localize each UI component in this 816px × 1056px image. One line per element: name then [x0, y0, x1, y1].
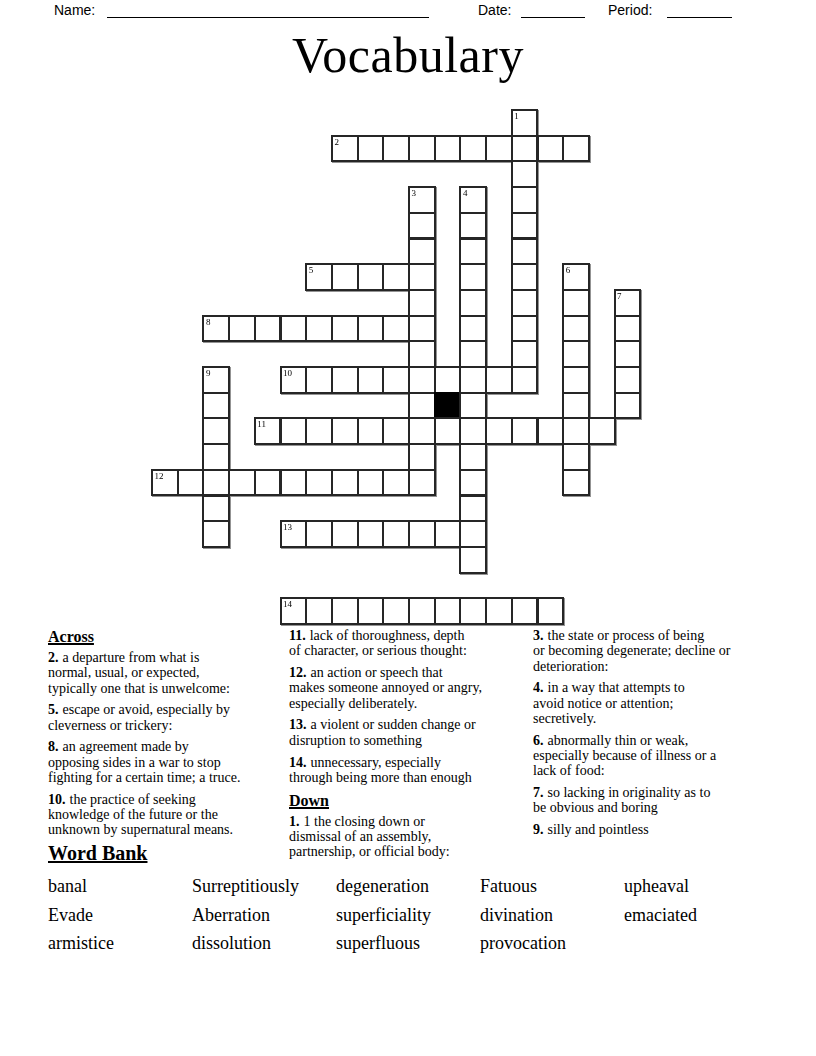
grid-cell[interactable]: [562, 366, 590, 394]
word-bank-grid: banal Surreptitiously degeneration Fatuo…: [48, 876, 768, 954]
grid-cell[interactable]: [614, 315, 642, 343]
grid-cell[interactable]: [202, 469, 230, 497]
grid-cell[interactable]: [485, 366, 513, 394]
date-label: Date:: [478, 2, 511, 19]
down-heading: Down: [289, 792, 532, 810]
grid-cell[interactable]: [459, 212, 487, 240]
grid-cell[interactable]: [331, 520, 359, 548]
grid-cell[interactable]: 7: [614, 289, 642, 317]
grid-cell[interactable]: [459, 289, 487, 317]
grid-cell[interactable]: [228, 315, 256, 343]
clue-number: 10.: [48, 792, 66, 807]
word-bank-word: provocation: [480, 933, 624, 954]
word-bank-word: superfluous: [336, 933, 480, 954]
grid-cell[interactable]: [459, 495, 487, 523]
grid-cell[interactable]: 14: [280, 597, 308, 625]
grid-cell[interactable]: [382, 263, 410, 291]
word-bank-word: degeneration: [336, 876, 480, 897]
clue-number-label: 6: [566, 265, 571, 275]
period-label: Period:: [608, 2, 652, 19]
clue-number: 13.: [289, 717, 307, 732]
clue-down-3: 3.the state or process of being or becom…: [533, 628, 785, 674]
grid-cell[interactable]: [562, 289, 590, 317]
grid-cell[interactable]: [459, 392, 487, 420]
clue-down-7: 7.so lacking in originality as to be obv…: [533, 785, 785, 816]
across-clues-column: Across 2.a departure from what is normal…: [48, 628, 291, 844]
grid-cell[interactable]: [357, 417, 385, 445]
grid-cell[interactable]: [459, 597, 487, 625]
grid-cell[interactable]: [459, 340, 487, 368]
clue-number: 1.: [289, 814, 300, 829]
grid-cell[interactable]: [434, 597, 462, 625]
grid-cell[interactable]: [382, 315, 410, 343]
grid-cell[interactable]: 8: [202, 315, 230, 343]
crossword-grid[interactable]: 1234567891011121314: [152, 110, 644, 627]
clue-number: 14.: [289, 755, 307, 770]
grid-cell[interactable]: [280, 315, 308, 343]
grid-cell[interactable]: [357, 469, 385, 497]
grid-cell[interactable]: [562, 340, 590, 368]
clue-number-label: 13: [283, 522, 292, 532]
clue-number: 7.: [533, 785, 544, 800]
grid-cell[interactable]: [459, 263, 487, 291]
grid-cell[interactable]: [357, 135, 385, 163]
grid-cell[interactable]: [254, 315, 282, 343]
grid-cell[interactable]: [434, 366, 462, 394]
grid-cell[interactable]: [459, 135, 487, 163]
clue-text: so lacking in originality as to be obvio…: [533, 785, 710, 815]
clue-number-label: 12: [155, 471, 164, 481]
grid-cell[interactable]: [562, 417, 590, 445]
grid-cell[interactable]: [280, 417, 308, 445]
blocked-cell: [434, 392, 462, 420]
grid-cell[interactable]: [331, 366, 359, 394]
grid-cell[interactable]: 4: [459, 186, 487, 214]
clue-number: 12.: [289, 665, 307, 680]
grid-cell[interactable]: [331, 597, 359, 625]
grid-cell[interactable]: [511, 417, 539, 445]
grid-cell[interactable]: [588, 417, 616, 445]
date-blank-line[interactable]: [521, 4, 585, 18]
grid-cell[interactable]: [459, 315, 487, 343]
word-bank-word: emaciated: [624, 905, 768, 926]
grid-cell[interactable]: [408, 238, 436, 266]
grid-cell[interactable]: 10: [280, 366, 308, 394]
clue-down-6: 6.abnormally thin or weak, especially be…: [533, 733, 785, 779]
grid-cell[interactable]: [562, 443, 590, 471]
word-bank-word: dissolution: [192, 933, 336, 954]
clue-text: abnormally thin or weak, especially beca…: [533, 733, 716, 779]
clue-number-label: 2: [334, 137, 339, 147]
grid-cell[interactable]: [408, 392, 436, 420]
word-bank: Word Bank banal Surreptitiously degenera…: [48, 841, 768, 954]
grid-cell[interactable]: 5: [305, 263, 333, 291]
grid-cell[interactable]: [331, 315, 359, 343]
clue-across-10: 10.the practice of seeking knowledge of …: [48, 792, 291, 838]
grid-cell[interactable]: [305, 469, 333, 497]
grid-cell[interactable]: [562, 469, 590, 497]
clue-text: in a way that attempts to avoid notice o…: [533, 680, 685, 726]
clue-down-4: 4.in a way that attempts to avoid notice…: [533, 680, 785, 726]
grid-cell[interactable]: [434, 135, 462, 163]
grid-cell[interactable]: [511, 597, 539, 625]
clue-number-label: 3: [412, 188, 417, 198]
grid-cell[interactable]: [382, 366, 410, 394]
clue-across-2: 2.a departure from what is normal, usual…: [48, 650, 291, 696]
grid-cell[interactable]: [408, 340, 436, 368]
clue-number: 9.: [533, 822, 544, 837]
clue-number: 5.: [48, 702, 59, 717]
grid-cell[interactable]: [202, 392, 230, 420]
grid-cell[interactable]: [537, 135, 565, 163]
grid-cell[interactable]: [408, 469, 436, 497]
grid-cell[interactable]: [511, 340, 539, 368]
word-bank-word: Surreptitiously: [192, 876, 336, 897]
word-bank-word: Evade: [48, 905, 192, 926]
grid-cell[interactable]: [202, 443, 230, 471]
grid-cell[interactable]: [614, 366, 642, 394]
grid-cell[interactable]: [485, 417, 513, 445]
middle-clues-column: 11.lack of thoroughness, depth of charac…: [289, 628, 532, 866]
grid-cell[interactable]: [408, 289, 436, 317]
grid-cell[interactable]: [357, 366, 385, 394]
grid-cell[interactable]: [511, 263, 539, 291]
grid-cell[interactable]: [485, 135, 513, 163]
grid-cell[interactable]: [511, 160, 539, 188]
grid-cell[interactable]: [459, 417, 487, 445]
grid-cell[interactable]: 9: [202, 366, 230, 394]
grid-cell[interactable]: [305, 597, 333, 625]
clue-text: silly and pointless: [548, 822, 649, 837]
clue-number-label: 8: [206, 317, 211, 327]
grid-cell[interactable]: [305, 366, 333, 394]
clue-number: 2.: [48, 650, 59, 665]
grid-cell[interactable]: [280, 469, 308, 497]
name-blank-line[interactable]: [107, 4, 429, 18]
grid-cell[interactable]: [357, 520, 385, 548]
grid-cell[interactable]: [382, 597, 410, 625]
clue-number-label: 4: [463, 188, 468, 198]
word-bank-word: upheaval: [624, 876, 768, 897]
clue-text: escape or avoid, especially by clevernes…: [48, 702, 230, 732]
worksheet-page: Name: Date: Period: Vocabulary 123456789…: [0, 0, 816, 1056]
clue-number: 4.: [533, 680, 544, 695]
grid-cell[interactable]: [408, 520, 436, 548]
grid-cell[interactable]: [511, 186, 539, 214]
clue-number-label: 1: [514, 111, 519, 121]
clue-number-label: 14: [283, 599, 292, 609]
grid-cell[interactable]: [459, 520, 487, 548]
grid-cell[interactable]: [305, 520, 333, 548]
word-bank-word: divination: [480, 905, 624, 926]
grid-cell[interactable]: [459, 443, 487, 471]
grid-cell[interactable]: [331, 263, 359, 291]
clue-across-14: 14.unnecessary, especially through being…: [289, 755, 532, 786]
clue-number-label: 10: [283, 368, 292, 378]
grid-cell[interactable]: [408, 135, 436, 163]
grid-cell[interactable]: [254, 469, 282, 497]
grid-cell[interactable]: [382, 469, 410, 497]
grid-cell[interactable]: [511, 212, 539, 240]
clue-text: a violent or sudden change or disruption…: [289, 717, 476, 747]
grid-cell[interactable]: [382, 520, 410, 548]
grid-cell[interactable]: [511, 366, 539, 394]
grid-cell[interactable]: [408, 417, 436, 445]
grid-cell[interactable]: [305, 417, 333, 445]
grid-cell[interactable]: 6: [562, 263, 590, 291]
grid-cell[interactable]: [434, 417, 462, 445]
down-clues-column: 3.the state or process of being or becom…: [533, 628, 785, 844]
grid-cell[interactable]: [614, 340, 642, 368]
clue-number: 11.: [289, 628, 306, 643]
clue-text: the state or process of being or becomin…: [533, 628, 730, 674]
grid-cell[interactable]: [434, 520, 462, 548]
grid-cell[interactable]: [408, 263, 436, 291]
clue-text: a departure from what is normal, usual, …: [48, 650, 230, 696]
clue-number-label: 9: [206, 368, 211, 378]
grid-cell[interactable]: [511, 289, 539, 317]
grid-cell[interactable]: 11: [254, 417, 282, 445]
clue-text: the practice of seeking knowledge of the…: [48, 792, 233, 838]
word-bank-word: superficiality: [336, 905, 480, 926]
clue-across-11: 11.lack of thoroughness, depth of charac…: [289, 628, 532, 659]
grid-cell[interactable]: [562, 135, 590, 163]
grid-cell[interactable]: 1: [511, 109, 539, 137]
grid-cell[interactable]: [357, 315, 385, 343]
grid-cell[interactable]: [357, 597, 385, 625]
grid-cell[interactable]: [408, 443, 436, 471]
grid-cell[interactable]: [228, 469, 256, 497]
clue-number-label: 11: [257, 419, 266, 429]
grid-cell[interactable]: [459, 469, 487, 497]
grid-cell[interactable]: [511, 238, 539, 266]
grid-cell[interactable]: [408, 212, 436, 240]
grid-cell[interactable]: [537, 417, 565, 445]
grid-cell[interactable]: 12: [151, 469, 179, 497]
page-title: Vocabulary: [0, 27, 816, 83]
grid-cell[interactable]: [331, 469, 359, 497]
clue-down-9: 9.silly and pointless: [533, 822, 785, 837]
grid-cell[interactable]: [511, 135, 539, 163]
grid-cell[interactable]: [202, 417, 230, 445]
clue-number: 8.: [48, 739, 59, 754]
word-bank-word: armistice: [48, 933, 192, 954]
word-bank-word: banal: [48, 876, 192, 897]
clue-text: an agreement made by opposing sides in a…: [48, 739, 240, 785]
grid-cell[interactable]: [202, 495, 230, 523]
grid-cell[interactable]: [382, 417, 410, 445]
clue-number: 6.: [533, 733, 544, 748]
clue-across-13: 13.a violent or sudden change or disrupt…: [289, 717, 532, 748]
grid-cell[interactable]: [614, 392, 642, 420]
grid-cell[interactable]: [459, 238, 487, 266]
grid-cell[interactable]: 2: [331, 135, 359, 163]
word-bank-word: Aberration: [192, 905, 336, 926]
clue-across-12: 12.an action or speech that makes someon…: [289, 665, 532, 711]
grid-cell[interactable]: [408, 366, 436, 394]
grid-cell[interactable]: [202, 520, 230, 548]
grid-cell[interactable]: [562, 315, 590, 343]
clue-number-label: 7: [617, 291, 622, 301]
grid-cell[interactable]: [537, 597, 565, 625]
clue-across-8: 8.an agreement made by opposing sides in…: [48, 739, 291, 785]
clue-text: unnecessary, especially through being mo…: [289, 755, 472, 785]
grid-cell[interactable]: [357, 263, 385, 291]
clue-text: lack of thoroughness, depth of character…: [289, 628, 467, 658]
clue-text: an action or speech that makes someone a…: [289, 665, 482, 711]
grid-cell[interactable]: 13: [280, 520, 308, 548]
grid-cell[interactable]: [459, 366, 487, 394]
grid-cell[interactable]: [408, 315, 436, 343]
grid-cell[interactable]: [177, 469, 205, 497]
grid-cell[interactable]: [562, 392, 590, 420]
grid-cell[interactable]: [382, 135, 410, 163]
period-blank-line[interactable]: [667, 4, 732, 18]
grid-cell[interactable]: [305, 315, 333, 343]
word-bank-heading: Word Bank: [48, 841, 768, 865]
across-heading: Across: [48, 628, 291, 646]
clue-number: 3.: [533, 628, 544, 643]
clue-across-5: 5.escape or avoid, especially by clevern…: [48, 702, 291, 733]
grid-cell[interactable]: 3: [408, 186, 436, 214]
grid-cell[interactable]: [459, 546, 487, 574]
grid-cell[interactable]: [331, 417, 359, 445]
grid-cell[interactable]: [408, 597, 436, 625]
word-bank-word: Fatuous: [480, 876, 624, 897]
grid-cell[interactable]: [485, 597, 513, 625]
grid-cell[interactable]: [511, 315, 539, 343]
clue-number-label: 5: [309, 265, 314, 275]
name-label: Name:: [54, 2, 95, 19]
